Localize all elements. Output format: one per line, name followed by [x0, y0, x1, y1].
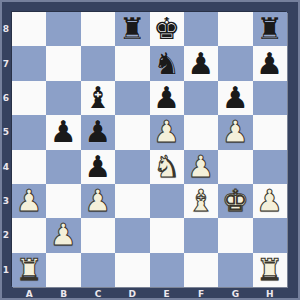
rank-label-7: 7: [0, 46, 12, 80]
square-d8[interactable]: ♜: [115, 12, 149, 46]
square-h7[interactable]: ♟: [253, 46, 287, 80]
square-e1[interactable]: [150, 253, 184, 287]
square-c8[interactable]: [81, 12, 115, 46]
square-g6[interactable]: ♟: [218, 81, 252, 115]
square-a2[interactable]: [12, 218, 46, 252]
square-f5[interactable]: [184, 115, 218, 149]
square-c2[interactable]: [81, 218, 115, 252]
rank-label-2: 2: [0, 218, 12, 252]
square-e4[interactable]: ♞: [150, 150, 184, 184]
square-f2[interactable]: [184, 218, 218, 252]
square-e5[interactable]: ♟: [150, 115, 184, 149]
square-h3[interactable]: ♟: [253, 184, 287, 218]
square-g3[interactable]: ♚: [218, 184, 252, 218]
square-f3[interactable]: ♝: [184, 184, 218, 218]
square-f7[interactable]: ♟: [184, 46, 218, 80]
file-labels: ABCDEFGH: [12, 287, 287, 300]
square-a1[interactable]: ♜: [12, 253, 46, 287]
black-pawn-c5: ♟: [81, 115, 115, 149]
file-label-c: C: [81, 287, 115, 300]
white-king-g3: ♚: [218, 184, 252, 218]
black-pawn-c4: ♟: [81, 150, 115, 184]
file-label-b: B: [46, 287, 80, 300]
rank-label-4: 4: [0, 150, 12, 184]
rank-label-1: 1: [0, 253, 12, 287]
black-pawn-g6: ♟: [218, 81, 252, 115]
white-rook-a1: ♜: [12, 253, 46, 287]
square-f1[interactable]: [184, 253, 218, 287]
chess-board: ♜♚♜♞♟♟♝♟♟♟♟♟♟♟♞♟♟♟♝♚♟♟♜♜: [12, 12, 287, 287]
square-e6[interactable]: ♟: [150, 81, 184, 115]
black-rook-d8: ♜: [115, 12, 149, 46]
square-a3[interactable]: ♟: [12, 184, 46, 218]
square-e8[interactable]: ♚: [150, 12, 184, 46]
square-d4[interactable]: [115, 150, 149, 184]
white-pawn-g5: ♟: [218, 115, 252, 149]
square-g4[interactable]: [218, 150, 252, 184]
black-pawn-e6: ♟: [150, 81, 184, 115]
white-pawn-c3: ♟: [81, 184, 115, 218]
black-pawn-b5: ♟: [46, 115, 80, 149]
black-bishop-c6: ♝: [81, 81, 115, 115]
square-f6[interactable]: [184, 81, 218, 115]
square-d2[interactable]: [115, 218, 149, 252]
square-b3[interactable]: [46, 184, 80, 218]
white-bishop-f3: ♝: [184, 184, 218, 218]
square-h1[interactable]: ♜: [253, 253, 287, 287]
rank-label-8: 8: [0, 12, 12, 46]
square-b7[interactable]: [46, 46, 80, 80]
square-a7[interactable]: [12, 46, 46, 80]
square-c3[interactable]: ♟: [81, 184, 115, 218]
square-a5[interactable]: [12, 115, 46, 149]
square-b4[interactable]: [46, 150, 80, 184]
file-label-h: H: [253, 287, 287, 300]
square-d1[interactable]: [115, 253, 149, 287]
square-d5[interactable]: [115, 115, 149, 149]
square-a6[interactable]: [12, 81, 46, 115]
white-pawn-b2: ♟: [46, 218, 80, 252]
square-c4[interactable]: ♟: [81, 150, 115, 184]
square-d7[interactable]: [115, 46, 149, 80]
square-g5[interactable]: ♟: [218, 115, 252, 149]
file-label-d: D: [115, 287, 149, 300]
file-label-e: E: [150, 287, 184, 300]
square-e7[interactable]: ♞: [150, 46, 184, 80]
black-rook-h8: ♜: [253, 12, 287, 46]
black-knight-e7: ♞: [150, 46, 184, 80]
white-rook-h1: ♜: [253, 253, 287, 287]
white-pawn-f4: ♟: [184, 150, 218, 184]
square-b1[interactable]: [46, 253, 80, 287]
square-g7[interactable]: [218, 46, 252, 80]
square-c1[interactable]: [81, 253, 115, 287]
square-h5[interactable]: [253, 115, 287, 149]
chess-board-panel: 87654321 ♜♚♜♞♟♟♝♟♟♟♟♟♟♟♞♟♟♟♝♚♟♟♜♜ ABCDEF…: [0, 0, 300, 300]
file-label-g: G: [218, 287, 252, 300]
square-a4[interactable]: [12, 150, 46, 184]
square-b5[interactable]: ♟: [46, 115, 80, 149]
black-pawn-h7: ♟: [253, 46, 287, 80]
square-c6[interactable]: ♝: [81, 81, 115, 115]
white-knight-e4: ♞: [150, 150, 184, 184]
rank-label-5: 5: [0, 115, 12, 149]
square-b6[interactable]: [46, 81, 80, 115]
square-d3[interactable]: [115, 184, 149, 218]
rank-labels: 87654321: [0, 12, 12, 287]
square-c7[interactable]: [81, 46, 115, 80]
square-c5[interactable]: ♟: [81, 115, 115, 149]
square-h2[interactable]: [253, 218, 287, 252]
square-d6[interactable]: [115, 81, 149, 115]
square-b2[interactable]: ♟: [46, 218, 80, 252]
square-a8[interactable]: [12, 12, 46, 46]
black-king-e8: ♚: [150, 12, 184, 46]
white-pawn-a3: ♟: [12, 184, 46, 218]
square-f4[interactable]: ♟: [184, 150, 218, 184]
square-g8[interactable]: [218, 12, 252, 46]
rank-label-3: 3: [0, 184, 12, 218]
square-f8[interactable]: [184, 12, 218, 46]
file-label-a: A: [12, 287, 46, 300]
square-h6[interactable]: [253, 81, 287, 115]
square-e3[interactable]: [150, 184, 184, 218]
square-b8[interactable]: [46, 12, 80, 46]
black-pawn-f7: ♟: [184, 46, 218, 80]
white-pawn-e5: ♟: [150, 115, 184, 149]
square-g1[interactable]: [218, 253, 252, 287]
square-h4[interactable]: [253, 150, 287, 184]
square-e2[interactable]: [150, 218, 184, 252]
square-g2[interactable]: [218, 218, 252, 252]
rank-label-6: 6: [0, 81, 12, 115]
white-pawn-h3: ♟: [253, 184, 287, 218]
square-h8[interactable]: ♜: [253, 12, 287, 46]
file-label-f: F: [184, 287, 218, 300]
